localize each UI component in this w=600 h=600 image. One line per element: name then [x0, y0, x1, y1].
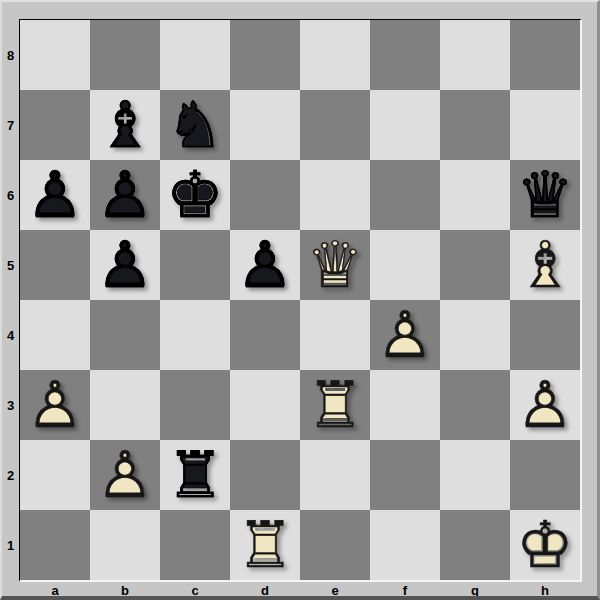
square-g4[interactable]: [440, 300, 510, 370]
square-a5[interactable]: [20, 230, 90, 300]
rank-label-1: 1: [2, 510, 19, 580]
square-a4[interactable]: [20, 300, 90, 370]
square-g6[interactable]: [440, 160, 510, 230]
square-d2[interactable]: [230, 440, 300, 510]
square-c3[interactable]: [160, 370, 230, 440]
square-d6[interactable]: [230, 160, 300, 230]
square-f5[interactable]: [370, 230, 440, 300]
square-b5[interactable]: ♟♙: [90, 230, 160, 300]
file-label-d: d: [230, 582, 300, 599]
square-d7[interactable]: [230, 90, 300, 160]
square-e3[interactable]: ♜♖: [300, 370, 370, 440]
rank-labels: 87654321: [2, 20, 19, 580]
square-f3[interactable]: [370, 370, 440, 440]
square-h5[interactable]: ♝♗: [510, 230, 580, 300]
piece-black-rook: ♜♖: [160, 440, 230, 510]
square-e1[interactable]: [300, 510, 370, 580]
square-d1[interactable]: ♜♖: [230, 510, 300, 580]
piece-white-pawn: ♟♙: [90, 440, 160, 510]
square-a6[interactable]: ♟♙: [20, 160, 90, 230]
chess-diagram-frame: 87654321 ♝♗♞♘♟♙♟♙♚♔♛♕♟♙♟♙♛♕♝♗♟♙♟♙♜♖♟♙♟♙♜…: [0, 0, 600, 600]
file-label-c: c: [160, 582, 230, 599]
square-a2[interactable]: [20, 440, 90, 510]
piece-black-bishop: ♝♗: [90, 90, 160, 160]
square-h1[interactable]: ♚♔: [510, 510, 580, 580]
rank-label-5: 5: [2, 230, 19, 300]
square-e4[interactable]: [300, 300, 370, 370]
square-c2[interactable]: ♜♖: [160, 440, 230, 510]
square-h8[interactable]: [510, 20, 580, 90]
file-label-h: h: [510, 582, 580, 599]
file-label-a: a: [20, 582, 90, 599]
piece-white-bishop: ♝♗: [510, 230, 580, 300]
piece-black-pawn: ♟♙: [90, 230, 160, 300]
square-e7[interactable]: [300, 90, 370, 160]
rank-label-4: 4: [2, 300, 19, 370]
piece-white-king: ♚♔: [510, 510, 580, 580]
square-a1[interactable]: [20, 510, 90, 580]
square-e6[interactable]: [300, 160, 370, 230]
square-g8[interactable]: [440, 20, 510, 90]
piece-black-pawn: ♟♙: [230, 230, 300, 300]
square-c5[interactable]: [160, 230, 230, 300]
square-g5[interactable]: [440, 230, 510, 300]
piece-white-pawn: ♟♙: [20, 370, 90, 440]
square-c6[interactable]: ♚♔: [160, 160, 230, 230]
square-a3[interactable]: ♟♙: [20, 370, 90, 440]
square-e8[interactable]: [300, 20, 370, 90]
square-d4[interactable]: [230, 300, 300, 370]
square-d3[interactable]: [230, 370, 300, 440]
square-b7[interactable]: ♝♗: [90, 90, 160, 160]
file-labels: abcdefgh: [20, 582, 580, 599]
rank-label-3: 3: [2, 370, 19, 440]
square-f2[interactable]: [370, 440, 440, 510]
square-b6[interactable]: ♟♙: [90, 160, 160, 230]
square-d5[interactable]: ♟♙: [230, 230, 300, 300]
file-label-b: b: [90, 582, 160, 599]
file-label-f: f: [370, 582, 440, 599]
square-f6[interactable]: [370, 160, 440, 230]
square-a7[interactable]: [20, 90, 90, 160]
rank-label-7: 7: [2, 90, 19, 160]
square-g3[interactable]: [440, 370, 510, 440]
square-h4[interactable]: [510, 300, 580, 370]
square-a8[interactable]: [20, 20, 90, 90]
piece-white-pawn: ♟♙: [510, 370, 580, 440]
piece-white-queen: ♛♕: [300, 230, 370, 300]
square-h3[interactable]: ♟♙: [510, 370, 580, 440]
square-f7[interactable]: [370, 90, 440, 160]
square-g7[interactable]: [440, 90, 510, 160]
square-c4[interactable]: [160, 300, 230, 370]
square-c7[interactable]: ♞♘: [160, 90, 230, 160]
square-g1[interactable]: [440, 510, 510, 580]
square-c1[interactable]: [160, 510, 230, 580]
square-h2[interactable]: [510, 440, 580, 510]
rank-label-6: 6: [2, 160, 19, 230]
board-frame: ♝♗♞♘♟♙♟♙♚♔♛♕♟♙♟♙♛♕♝♗♟♙♟♙♜♖♟♙♟♙♜♖♜♖♚♔: [19, 19, 582, 582]
square-e2[interactable]: [300, 440, 370, 510]
rank-label-2: 2: [2, 440, 19, 510]
square-f1[interactable]: [370, 510, 440, 580]
square-f8[interactable]: [370, 20, 440, 90]
piece-white-rook: ♜♖: [300, 370, 370, 440]
square-g2[interactable]: [440, 440, 510, 510]
square-e5[interactable]: ♛♕: [300, 230, 370, 300]
rank-label-8: 8: [2, 20, 19, 90]
square-b1[interactable]: [90, 510, 160, 580]
square-f4[interactable]: ♟♙: [370, 300, 440, 370]
square-h6[interactable]: ♛♕: [510, 160, 580, 230]
square-b8[interactable]: [90, 20, 160, 90]
piece-black-knight: ♞♘: [160, 90, 230, 160]
square-b3[interactable]: [90, 370, 160, 440]
piece-black-pawn: ♟♙: [20, 160, 90, 230]
file-label-g: g: [440, 582, 510, 599]
piece-black-king: ♚♔: [160, 160, 230, 230]
square-c8[interactable]: [160, 20, 230, 90]
file-label-e: e: [300, 582, 370, 599]
piece-black-pawn: ♟♙: [90, 160, 160, 230]
square-b2[interactable]: ♟♙: [90, 440, 160, 510]
square-d8[interactable]: [230, 20, 300, 90]
piece-black-queen: ♛♕: [510, 160, 580, 230]
piece-white-pawn: ♟♙: [370, 300, 440, 370]
square-b4[interactable]: [90, 300, 160, 370]
piece-white-rook: ♜♖: [230, 510, 300, 580]
square-h7[interactable]: [510, 90, 580, 160]
chess-board: ♝♗♞♘♟♙♟♙♚♔♛♕♟♙♟♙♛♕♝♗♟♙♟♙♜♖♟♙♟♙♜♖♜♖♚♔: [20, 20, 580, 580]
